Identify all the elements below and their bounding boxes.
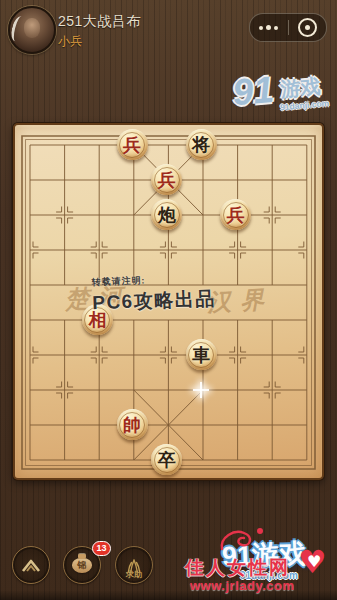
piece-red-soldier[interactable]: 兵 — [117, 129, 148, 160]
more-icon — [259, 25, 278, 30]
money-bag-icon: 锦 — [72, 558, 92, 573]
watermark-pc6: 转载请注明: PC6攻略出品 — [91, 272, 216, 316]
watermark-91-number: 91 — [231, 69, 276, 114]
avatar — [8, 6, 56, 54]
bottom-toolbar: 锦 13 求助 — [0, 540, 337, 595]
ask-help-button[interactable]: 求助 — [115, 546, 153, 584]
river-text-right: 汉界 — [206, 283, 274, 318]
piece-black-soldier[interactable]: 卒 — [151, 444, 182, 475]
watermark-pc6-line2: PC6攻略出品 — [92, 286, 216, 316]
piece-red-general[interactable]: 帥 — [117, 409, 148, 440]
chevron-up-icon — [20, 556, 42, 574]
undo-chevron-button[interactable] — [12, 546, 50, 584]
bag-label: 锦 — [78, 559, 87, 572]
app-screen: 251大战吕布 小兵 91 游戏 91danji.com 楚河 汉界 兵将兵炮兵… — [0, 0, 337, 600]
watermark-91-logo: 91 游戏 91danji.com — [231, 64, 335, 125]
header: 251大战吕布 小兵 — [0, 0, 337, 58]
bottom-edge-shade — [0, 590, 337, 600]
miniprogram-capsule — [249, 13, 327, 42]
close-icon — [298, 18, 317, 37]
more-button[interactable] — [250, 14, 288, 41]
help-label: 求助 — [116, 569, 152, 580]
level-title: 251大战吕布 — [58, 13, 141, 31]
hint-count-badge: 13 — [92, 541, 111, 556]
piece-red-soldier[interactable]: 兵 — [151, 164, 182, 195]
piece-black-cannon[interactable]: 炮 — [151, 199, 182, 230]
close-button[interactable] — [289, 14, 327, 41]
piece-black-chariot[interactable]: 車 — [186, 339, 217, 370]
difficulty-label: 小兵 — [58, 33, 82, 50]
piece-black-general[interactable]: 将 — [186, 129, 217, 160]
